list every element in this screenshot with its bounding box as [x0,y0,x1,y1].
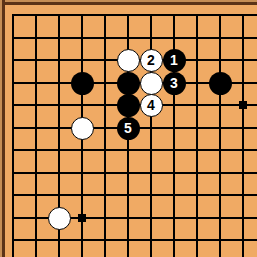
white-stone [71,117,94,140]
move-number-label: 1 [170,53,178,67]
move-number-label: 2 [147,53,155,67]
black-stone [117,94,140,117]
black-stone [209,72,232,95]
star-point-square-marker [239,101,247,109]
move-number-label: 4 [147,98,155,112]
grid-line-horizontal [12,149,257,151]
grid-line-horizontal [12,37,257,39]
board-frame-top-edge [0,0,257,5]
grid-line-vertical [242,14,244,257]
grid-line-horizontal [12,239,257,241]
white-stone [117,49,140,72]
grid-line-vertical [12,14,14,257]
grid-line-horizontal [12,194,257,196]
move-number-label: 3 [170,76,178,90]
grid-line-vertical [196,14,198,257]
white-stone-move-2: 2 [140,49,163,72]
grid-line-vertical [219,14,221,257]
grid-line-vertical [35,14,37,257]
grid-line-horizontal [12,172,257,174]
grid-line-horizontal [12,14,257,16]
go-board-diagram: 21345 [0,0,257,257]
black-stone [117,72,140,95]
white-stone [48,207,71,230]
white-stone [140,72,163,95]
black-stone-move-5: 5 [117,117,140,140]
black-stone-move-3: 3 [163,72,186,95]
star-point-square-marker [78,214,86,222]
board-frame-left-edge [0,0,5,257]
black-stone [71,72,94,95]
grid-line-vertical [104,14,106,257]
move-number-label: 5 [124,121,132,135]
black-stone-move-1: 1 [163,49,186,72]
white-stone-move-4: 4 [140,94,163,117]
